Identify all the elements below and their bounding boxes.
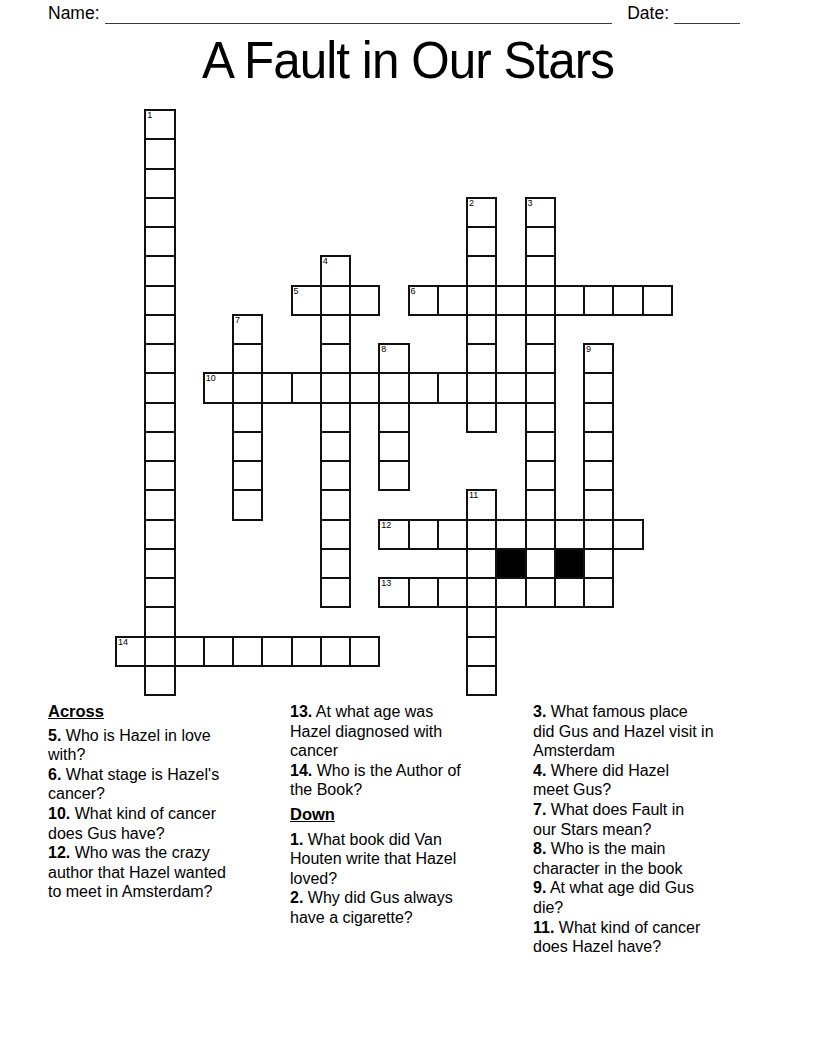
cell-r14c11[interactable]: [438, 520, 467, 549]
clue-number-9: 9: [586, 344, 591, 354]
cell-r16c15[interactable]: [555, 578, 584, 607]
cell-r18c12[interactable]: [467, 637, 496, 666]
clue-number-14: 14: [118, 637, 128, 647]
cell-r10c7[interactable]: [321, 403, 350, 432]
clue-number-12: 12: [381, 520, 391, 530]
cell-r9c4[interactable]: [233, 373, 262, 402]
cell-r16c1[interactable]: [145, 578, 174, 607]
clue-6-across: 6. What stage is Hazel's cancer?: [48, 765, 280, 804]
cell-r9c5[interactable]: [262, 373, 291, 402]
cell-r18c5[interactable]: [262, 637, 291, 666]
clue-14-across: 14. Who is the Author of the Book?: [290, 761, 526, 800]
cell-r7c7[interactable]: [321, 315, 350, 344]
black-cell-r15c15: [555, 549, 584, 578]
cell-r0c1[interactable]: 1: [145, 110, 174, 139]
cell-r8c9[interactable]: 8: [379, 344, 408, 373]
clue-13-across: 13. At what age was Hazel diagnosed with…: [290, 702, 526, 761]
clue-column-1: Across5. Who is Hazel in love with?6. Wh…: [48, 702, 280, 902]
cell-r9c13[interactable]: [496, 373, 525, 402]
clue-num-label: 14.: [290, 762, 312, 779]
clue-num-label: 12.: [48, 844, 70, 861]
clue-num-label: 3.: [533, 703, 546, 720]
clue-number-6: 6: [411, 286, 416, 296]
cell-r7c4[interactable]: 7: [233, 315, 262, 344]
cell-r6c10[interactable]: 6: [409, 286, 438, 315]
clue-10-across: 10. What kind of cancer does Gus have?: [48, 804, 280, 843]
cell-r16c7[interactable]: [321, 578, 350, 607]
cell-r18c7[interactable]: [321, 637, 350, 666]
cell-r8c1[interactable]: [145, 344, 174, 373]
cell-r11c1[interactable]: [145, 432, 174, 461]
cell-r11c16[interactable]: [584, 432, 613, 461]
cell-r1c1[interactable]: [145, 139, 174, 168]
clue-num-label: 4.: [533, 762, 546, 779]
cell-r19c1[interactable]: [145, 666, 174, 695]
cell-r2c1[interactable]: [145, 169, 174, 198]
cell-r10c12[interactable]: [467, 403, 496, 432]
cell-r19c12[interactable]: [467, 666, 496, 695]
cell-r6c8[interactable]: [350, 286, 379, 315]
cell-r13c16[interactable]: [584, 490, 613, 519]
date-label: Date:: [627, 2, 669, 24]
cell-r16c10[interactable]: [409, 578, 438, 607]
cell-r3c14[interactable]: 3: [526, 198, 555, 227]
clue-number-13: 13: [381, 578, 391, 588]
name-blank-line[interactable]: [105, 2, 613, 24]
clue-num-label: 5.: [48, 727, 61, 744]
cell-r6c6[interactable]: 5: [292, 286, 321, 315]
cell-r3c1[interactable]: [145, 198, 174, 227]
puzzle-title: A Fault in Our Stars: [20, 30, 795, 90]
cell-r16c9[interactable]: 13: [379, 578, 408, 607]
clue-8-down: 8. Who is the main character in the book: [533, 839, 773, 878]
cell-r9c6[interactable]: [292, 373, 321, 402]
cell-r14c17[interactable]: [613, 520, 642, 549]
clue-5-across: 5. Who is Hazel in love with?: [48, 726, 280, 765]
cell-r9c14[interactable]: [526, 373, 555, 402]
cell-r12c9[interactable]: [379, 461, 408, 490]
cell-r15c14[interactable]: [526, 549, 555, 578]
cell-r15c7[interactable]: [321, 549, 350, 578]
cell-r9c7[interactable]: [321, 373, 350, 402]
clue-num-label: 11.: [533, 919, 554, 936]
clue-num-label: 10.: [48, 805, 70, 822]
clue-number-10: 10: [206, 373, 216, 383]
cell-r14c14[interactable]: [526, 520, 555, 549]
cell-r8c12[interactable]: [467, 344, 496, 373]
cell-r14c10[interactable]: [409, 520, 438, 549]
cell-r9c1[interactable]: [145, 373, 174, 402]
cell-r18c1[interactable]: [145, 637, 174, 666]
cell-r5c14[interactable]: [526, 256, 555, 285]
cell-r12c1[interactable]: [145, 461, 174, 490]
cell-r14c13[interactable]: [496, 520, 525, 549]
clue-num-label: 9.: [533, 879, 546, 896]
date-blank-line[interactable]: [674, 2, 740, 24]
cell-r18c2[interactable]: [175, 637, 204, 666]
clue-12-across: 12. Who was the crazy author that Hazel …: [48, 843, 280, 902]
cell-r11c9[interactable]: [379, 432, 408, 461]
clue-number-8: 8: [381, 344, 386, 354]
cell-r14c16[interactable]: [584, 520, 613, 549]
cell-r11c14[interactable]: [526, 432, 555, 461]
cell-r16c11[interactable]: [438, 578, 467, 607]
cell-r5c12[interactable]: [467, 256, 496, 285]
cell-r13c1[interactable]: [145, 490, 174, 519]
cell-r16c13[interactable]: [496, 578, 525, 607]
cell-r10c9[interactable]: [379, 403, 408, 432]
cell-r6c18[interactable]: [643, 286, 672, 315]
cell-r9c10[interactable]: [409, 373, 438, 402]
clue-7-down: 7. What does Fault in our Stars mean?: [533, 800, 773, 839]
cell-r12c16[interactable]: [584, 461, 613, 490]
clue-num-label: 6.: [48, 766, 61, 783]
cell-r6c16[interactable]: [584, 286, 613, 315]
clue-number-5: 5: [294, 286, 299, 296]
cell-r18c6[interactable]: [292, 637, 321, 666]
cell-r14c15[interactable]: [555, 520, 584, 549]
clue-num-label: 1.: [290, 831, 303, 848]
cell-r10c4[interactable]: [233, 403, 262, 432]
cell-r13c12[interactable]: 11: [467, 490, 496, 519]
cell-r7c12[interactable]: [467, 315, 496, 344]
clue-1-down: 1. What book did Van Houten write that H…: [290, 830, 526, 889]
cell-r3c12[interactable]: 2: [467, 198, 496, 227]
cell-r9c12[interactable]: [467, 373, 496, 402]
cell-r6c15[interactable]: [555, 286, 584, 315]
clue-number-7: 7: [235, 315, 240, 325]
clue-number-11: 11: [469, 490, 478, 500]
clue-number-2: 2: [469, 198, 474, 208]
clue-4-down: 4. Where did Hazel meet Gus?: [533, 761, 773, 800]
cell-r15c12[interactable]: [467, 549, 496, 578]
cell-r18c3[interactable]: [204, 637, 233, 666]
cell-r9c9[interactable]: [379, 373, 408, 402]
cell-r10c14[interactable]: [526, 403, 555, 432]
cell-r15c16[interactable]: [584, 549, 613, 578]
cell-r4c1[interactable]: [145, 227, 174, 256]
cell-r9c3[interactable]: 10: [204, 373, 233, 402]
across-header: Across: [48, 702, 280, 722]
clue-num-label: 2.: [290, 889, 303, 906]
clue-column-3: 3. What famous place did Gus and Hazel v…: [533, 702, 773, 957]
cell-r6c13[interactable]: [496, 286, 525, 315]
clue-11-down: 11. What kind of cancer does Hazel have?: [533, 918, 773, 957]
cell-r16c12[interactable]: [467, 578, 496, 607]
cell-r10c1[interactable]: [145, 403, 174, 432]
cell-r9c11[interactable]: [438, 373, 467, 402]
clue-number-4: 4: [323, 256, 328, 266]
cell-r6c17[interactable]: [613, 286, 642, 315]
clue-num-label: 13.: [290, 703, 312, 720]
name-date-header: Name: Date:: [48, 2, 740, 24]
cell-r16c14[interactable]: [526, 578, 555, 607]
crossword-grid: 1234567891011121314: [116, 110, 672, 695]
cell-r12c14[interactable]: [526, 461, 555, 490]
cell-r16c16[interactable]: [584, 578, 613, 607]
cell-r6c7[interactable]: [321, 286, 350, 315]
cell-r13c14[interactable]: [526, 490, 555, 519]
cell-r18c4[interactable]: [233, 637, 262, 666]
cell-r14c12[interactable]: [467, 520, 496, 549]
clue-9-down: 9. At what age did Gus die?: [533, 878, 773, 917]
cell-r8c16[interactable]: 9: [584, 344, 613, 373]
cell-r9c16[interactable]: [584, 373, 613, 402]
cell-r12c7[interactable]: [321, 461, 350, 490]
cell-r7c1[interactable]: [145, 315, 174, 344]
cell-r8c14[interactable]: [526, 344, 555, 373]
cell-r14c7[interactable]: [321, 520, 350, 549]
clue-number-1: 1: [147, 110, 152, 120]
cell-r14c9[interactable]: 12: [379, 520, 408, 549]
black-cell-r15c13: [496, 549, 525, 578]
cell-r11c7[interactable]: [321, 432, 350, 461]
cell-r8c4[interactable]: [233, 344, 262, 373]
clue-num-label: 8.: [533, 840, 546, 857]
cell-r15c1[interactable]: [145, 549, 174, 578]
cell-r14c1[interactable]: [145, 520, 174, 549]
cell-r10c16[interactable]: [584, 403, 613, 432]
clue-3-down: 3. What famous place did Gus and Hazel v…: [533, 702, 773, 761]
cell-r11c4[interactable]: [233, 432, 262, 461]
cell-r17c1[interactable]: [145, 607, 174, 636]
cell-r12c4[interactable]: [233, 461, 262, 490]
cell-r6c14[interactable]: [526, 286, 555, 315]
cell-r5c1[interactable]: [145, 256, 174, 285]
clue-column-2: 13. At what age was Hazel diagnosed with…: [290, 702, 526, 928]
cell-r6c1[interactable]: [145, 286, 174, 315]
cell-r13c4[interactable]: [233, 490, 262, 519]
cell-r4c14[interactable]: [526, 227, 555, 256]
cell-r8c7[interactable]: [321, 344, 350, 373]
cell-r6c12[interactable]: [467, 286, 496, 315]
cell-r18c0[interactable]: 14: [116, 637, 145, 666]
cell-r13c7[interactable]: [321, 490, 350, 519]
cell-r17c12[interactable]: [467, 607, 496, 636]
cell-r9c8[interactable]: [350, 373, 379, 402]
down-header: Down: [290, 805, 526, 825]
cell-r5c7[interactable]: 4: [321, 256, 350, 285]
cell-r7c14[interactable]: [526, 315, 555, 344]
clue-2-down: 2. Why did Gus always have a cigarette?: [290, 888, 526, 927]
name-label: Name:: [48, 2, 100, 24]
clue-num-label: 7.: [533, 801, 546, 818]
cell-r4c12[interactable]: [467, 227, 496, 256]
cell-r18c8[interactable]: [350, 637, 379, 666]
clue-number-3: 3: [528, 198, 533, 208]
cell-r6c11[interactable]: [438, 286, 467, 315]
